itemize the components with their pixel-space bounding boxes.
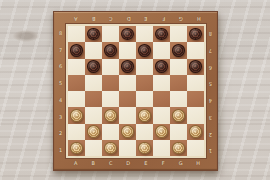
dark-checker-piece[interactable]	[70, 44, 83, 57]
square-f5[interactable]	[153, 75, 170, 91]
coordinate-label: C	[102, 159, 120, 168]
square-a3[interactable]	[68, 107, 85, 123]
square-c8[interactable]	[102, 26, 119, 42]
square-b5[interactable]	[85, 75, 102, 91]
table-background: ABCDEFGH ABCDEFGH 87654321 87654321	[0, 0, 270, 180]
coordinate-label: E	[137, 159, 155, 168]
light-checker-piece[interactable]	[121, 125, 134, 138]
square-e7[interactable]	[136, 42, 153, 58]
square-d1[interactable]	[119, 140, 136, 156]
square-d3[interactable]	[119, 107, 136, 123]
coordinate-label: 4	[56, 92, 65, 109]
light-checker-piece[interactable]	[172, 142, 185, 155]
dark-checker-piece[interactable]	[138, 44, 151, 57]
coordinate-label: D	[120, 14, 138, 23]
square-g5[interactable]	[170, 75, 187, 91]
coordinate-label: 1	[56, 142, 65, 159]
coordinate-label: 5	[206, 75, 215, 92]
square-h8[interactable]	[187, 26, 204, 42]
light-checker-piece[interactable]	[104, 109, 117, 122]
coordinate-label: 2	[206, 126, 215, 143]
coordinate-label: 7	[56, 42, 65, 59]
light-checker-piece[interactable]	[172, 109, 185, 122]
squares-grid	[68, 26, 204, 156]
square-a4[interactable]	[68, 91, 85, 107]
square-a8[interactable]	[68, 26, 85, 42]
square-f2[interactable]	[153, 124, 170, 140]
square-e6[interactable]	[136, 59, 153, 75]
coordinate-label: A	[67, 159, 85, 168]
square-f6[interactable]	[153, 59, 170, 75]
square-f3[interactable]	[153, 107, 170, 123]
square-g3[interactable]	[170, 107, 187, 123]
square-h3[interactable]	[187, 107, 204, 123]
coordinate-label: B	[85, 159, 103, 168]
coordinate-label: H	[190, 14, 208, 23]
coordinate-label: D	[120, 159, 138, 168]
square-a6[interactable]	[68, 59, 85, 75]
square-c2[interactable]	[102, 124, 119, 140]
rank-labels-right: 87654321	[206, 25, 215, 159]
square-g6[interactable]	[170, 59, 187, 75]
dark-checker-piece[interactable]	[87, 60, 100, 73]
square-g2[interactable]	[170, 124, 187, 140]
coordinate-label: B	[85, 14, 103, 23]
square-f1[interactable]	[153, 140, 170, 156]
coordinate-label: C	[102, 14, 120, 23]
square-g8[interactable]	[170, 26, 187, 42]
square-a5[interactable]	[68, 75, 85, 91]
coordinate-label: 8	[206, 25, 215, 42]
square-b3[interactable]	[85, 107, 102, 123]
dark-checker-piece[interactable]	[121, 28, 134, 41]
square-g4[interactable]	[170, 91, 187, 107]
dark-checker-piece[interactable]	[172, 44, 185, 57]
coordinate-label: G	[172, 159, 190, 168]
square-c3[interactable]	[102, 107, 119, 123]
square-d6[interactable]	[119, 59, 136, 75]
coordinate-label: 3	[206, 109, 215, 126]
square-f4[interactable]	[153, 91, 170, 107]
square-d4[interactable]	[119, 91, 136, 107]
square-a1[interactable]	[68, 140, 85, 156]
square-c6[interactable]	[102, 59, 119, 75]
square-b4[interactable]	[85, 91, 102, 107]
square-b2[interactable]	[85, 124, 102, 140]
dark-checker-piece[interactable]	[189, 28, 202, 41]
square-b6[interactable]	[85, 59, 102, 75]
coordinate-label: 3	[56, 109, 65, 126]
square-b1[interactable]	[85, 140, 102, 156]
light-checker-piece[interactable]	[70, 142, 83, 155]
coordinate-label: H	[190, 159, 208, 168]
coordinate-label: F	[155, 14, 173, 23]
dark-checker-piece[interactable]	[155, 60, 168, 73]
square-e1[interactable]	[136, 140, 153, 156]
coordinate-label: 7	[206, 42, 215, 59]
light-checker-piece[interactable]	[138, 109, 151, 122]
square-d5[interactable]	[119, 75, 136, 91]
coordinate-label: 6	[206, 59, 215, 76]
square-c5[interactable]	[102, 75, 119, 91]
coordinate-label: G	[172, 14, 190, 23]
square-e2[interactable]	[136, 124, 153, 140]
light-checker-piece[interactable]	[104, 142, 117, 155]
square-a7[interactable]	[68, 42, 85, 58]
square-e3[interactable]	[136, 107, 153, 123]
coordinate-label: E	[137, 14, 155, 23]
coordinate-label: 5	[56, 75, 65, 92]
square-d2[interactable]	[119, 124, 136, 140]
square-e8[interactable]	[136, 26, 153, 42]
dark-checker-piece[interactable]	[121, 60, 134, 73]
file-labels-bottom: ABCDEFGH	[67, 159, 207, 168]
dark-checker-piece[interactable]	[189, 60, 202, 73]
coordinate-label: 6	[56, 59, 65, 76]
square-h5[interactable]	[187, 75, 204, 91]
square-e4[interactable]	[136, 91, 153, 107]
square-d8[interactable]	[119, 26, 136, 42]
dark-checker-piece[interactable]	[87, 28, 100, 41]
playing-area	[66, 24, 206, 158]
coordinate-label: F	[155, 159, 173, 168]
square-h7[interactable]	[187, 42, 204, 58]
light-checker-piece[interactable]	[87, 125, 100, 138]
coordinate-label: 4	[206, 92, 215, 109]
square-h1[interactable]	[187, 140, 204, 156]
dark-checker-piece[interactable]	[104, 44, 117, 57]
square-c4[interactable]	[102, 91, 119, 107]
coordinate-label: 1	[206, 142, 215, 159]
square-b8[interactable]	[85, 26, 102, 42]
coordinate-label: 8	[56, 25, 65, 42]
file-labels-top: ABCDEFGH	[67, 14, 207, 23]
light-checker-piece[interactable]	[70, 109, 83, 122]
checkers-board: ABCDEFGH ABCDEFGH 87654321 87654321	[53, 11, 218, 171]
coordinate-label: 2	[56, 126, 65, 143]
square-g1[interactable]	[170, 140, 187, 156]
light-checker-piece[interactable]	[138, 142, 151, 155]
coordinate-label: A	[67, 14, 85, 23]
light-checker-piece[interactable]	[189, 125, 202, 138]
square-h2[interactable]	[187, 124, 204, 140]
square-c7[interactable]	[102, 42, 119, 58]
light-checker-piece[interactable]	[155, 125, 168, 138]
dark-checker-piece[interactable]	[155, 28, 168, 41]
square-c1[interactable]	[102, 140, 119, 156]
square-h6[interactable]	[187, 59, 204, 75]
square-g7[interactable]	[170, 42, 187, 58]
square-d7[interactable]	[119, 42, 136, 58]
square-f7[interactable]	[153, 42, 170, 58]
square-f8[interactable]	[153, 26, 170, 42]
square-e5[interactable]	[136, 75, 153, 91]
square-a2[interactable]	[68, 124, 85, 140]
rank-labels-left: 87654321	[56, 25, 65, 159]
square-b7[interactable]	[85, 42, 102, 58]
square-h4[interactable]	[187, 91, 204, 107]
